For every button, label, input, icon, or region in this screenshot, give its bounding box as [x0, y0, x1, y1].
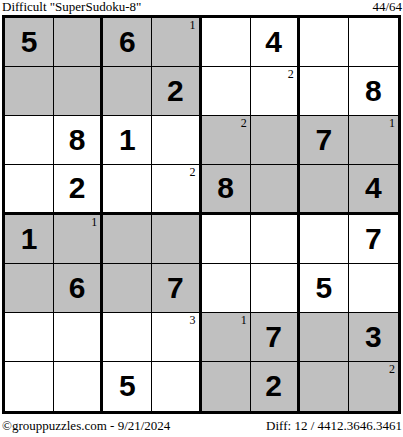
cell-r8c7[interactable] — [300, 362, 349, 411]
cell-r6c2[interactable]: 6 — [54, 264, 103, 313]
cell-r5c5[interactable] — [202, 215, 251, 264]
cell-r8c8[interactable]: 2 — [349, 362, 398, 411]
cell-r7c5[interactable]: 1 — [202, 313, 251, 362]
cell-r7c6[interactable]: 7 — [251, 313, 300, 362]
cell-r2c6[interactable]: 2 — [251, 67, 300, 116]
cell-r5c3[interactable] — [103, 215, 152, 264]
cell-r1c8[interactable] — [349, 18, 398, 67]
cell-r8c1[interactable] — [5, 362, 54, 411]
corner-mark: 2 — [288, 67, 294, 81]
cell-r6c5[interactable] — [202, 264, 251, 313]
cell-r3c5[interactable]: 2 — [202, 116, 251, 165]
cell-r8c4[interactable] — [152, 362, 201, 411]
cell-r4c7[interactable] — [300, 165, 349, 214]
given-digit: 2 — [265, 369, 282, 403]
given-digit: 5 — [119, 369, 136, 403]
cell-r5c6[interactable] — [251, 215, 300, 264]
cell-r6c6[interactable] — [251, 264, 300, 313]
cell-r3c7[interactable]: 7 — [300, 116, 349, 165]
cell-r6c7[interactable]: 5 — [300, 264, 349, 313]
cell-r2c2[interactable] — [54, 67, 103, 116]
copyright-date-text: ©grouppuzzles.com - 9/21/2024 — [2, 419, 170, 433]
given-digit: 8 — [365, 74, 382, 108]
cell-r7c3[interactable] — [103, 313, 152, 362]
cell-r1c4[interactable]: 1 — [152, 18, 201, 67]
cell-r3c6[interactable] — [251, 116, 300, 165]
cell-r5c4[interactable] — [152, 215, 201, 264]
cell-r5c1[interactable]: 1 — [5, 215, 54, 264]
cell-r4c8[interactable]: 4 — [349, 165, 398, 214]
given-digit: 7 — [167, 271, 184, 305]
cell-r3c1[interactable] — [5, 116, 54, 165]
corner-mark: 2 — [190, 165, 196, 179]
cell-r3c4[interactable] — [152, 116, 201, 165]
cell-r8c2[interactable] — [54, 362, 103, 411]
sudoku-board: 56142288127122841176753173522 — [2, 15, 401, 414]
cell-r4c4[interactable]: 2 — [152, 165, 201, 214]
given-digit: 6 — [69, 271, 86, 305]
cell-r1c7[interactable] — [300, 18, 349, 67]
cell-r1c5[interactable] — [202, 18, 251, 67]
given-digit: 6 — [119, 25, 136, 59]
page-title: Difficult "SuperSudoku-8" — [2, 0, 141, 14]
cell-r7c8[interactable]: 3 — [349, 313, 398, 362]
cell-r3c8[interactable]: 1 — [349, 116, 398, 165]
given-digit: 8 — [217, 171, 234, 205]
given-digit: 1 — [119, 123, 136, 157]
given-digit: 3 — [365, 320, 382, 354]
header: Difficult "SuperSudoku-8" 44/64 — [2, 0, 402, 14]
cell-r7c7[interactable] — [300, 313, 349, 362]
corner-mark: 1 — [91, 215, 97, 229]
blank-count-badge: 44/64 — [372, 0, 402, 14]
puzzle-page: Difficult "SuperSudoku-8" 44/64 56142288… — [0, 0, 403, 437]
cell-r1c6[interactable]: 4 — [251, 18, 300, 67]
given-digit: 2 — [69, 171, 86, 205]
corner-mark: 2 — [241, 116, 247, 130]
cell-r6c3[interactable] — [103, 264, 152, 313]
cell-r4c3[interactable] — [103, 165, 152, 214]
given-digit: 7 — [365, 222, 382, 256]
cell-r2c8[interactable]: 8 — [349, 67, 398, 116]
cell-r7c4[interactable]: 3 — [152, 313, 201, 362]
cell-r6c8[interactable] — [349, 264, 398, 313]
cell-r6c4[interactable]: 7 — [152, 264, 201, 313]
cell-r3c3[interactable]: 1 — [103, 116, 152, 165]
corner-mark: 2 — [389, 362, 395, 376]
cell-r2c1[interactable] — [5, 67, 54, 116]
cell-r2c5[interactable] — [202, 67, 251, 116]
corner-mark: 1 — [241, 313, 247, 327]
cell-r5c2[interactable]: 1 — [54, 215, 103, 264]
cell-r1c2[interactable] — [54, 18, 103, 67]
corner-mark: 1 — [190, 18, 196, 32]
cell-r5c8[interactable]: 7 — [349, 215, 398, 264]
given-digit: 8 — [69, 123, 86, 157]
given-digit: 4 — [365, 171, 382, 205]
cell-r3c2[interactable]: 8 — [54, 116, 103, 165]
cell-r7c1[interactable] — [5, 313, 54, 362]
cell-r4c5[interactable]: 8 — [202, 165, 251, 214]
cell-r8c6[interactable]: 2 — [251, 362, 300, 411]
difficulty-text: Diff: 12 / 4412.3646.3461 — [266, 419, 402, 433]
cell-r4c2[interactable]: 2 — [54, 165, 103, 214]
given-digit: 5 — [21, 25, 38, 59]
cell-r2c7[interactable] — [300, 67, 349, 116]
cell-r1c3[interactable]: 6 — [103, 18, 152, 67]
given-digit: 1 — [21, 222, 38, 256]
corner-mark: 3 — [190, 313, 196, 327]
cell-r8c5[interactable] — [202, 362, 251, 411]
cell-r4c6[interactable] — [251, 165, 300, 214]
cell-r7c2[interactable] — [54, 313, 103, 362]
footer: ©grouppuzzles.com - 9/21/2024 Diff: 12 /… — [2, 419, 402, 433]
corner-mark: 1 — [389, 116, 395, 130]
cell-r8c3[interactable]: 5 — [103, 362, 152, 411]
cell-r5c7[interactable] — [300, 215, 349, 264]
cell-r2c4[interactable]: 2 — [152, 67, 201, 116]
cell-r4c1[interactable] — [5, 165, 54, 214]
given-digit: 7 — [265, 320, 282, 354]
given-digit: 2 — [167, 74, 184, 108]
given-digit: 4 — [265, 25, 282, 59]
given-digit: 7 — [315, 123, 332, 157]
cell-r2c3[interactable] — [103, 67, 152, 116]
cell-r1c1[interactable]: 5 — [5, 18, 54, 67]
cell-r6c1[interactable] — [5, 264, 54, 313]
given-digit: 5 — [315, 271, 332, 305]
